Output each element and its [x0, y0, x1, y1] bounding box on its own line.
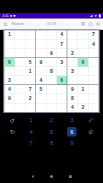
cell-r3c7[interactable]: 2 [67, 48, 78, 57]
cell-r1c2[interactable] [15, 30, 26, 39]
cell-r4c4[interactable]: 9 [36, 58, 47, 67]
cell-r1c3[interactable] [25, 30, 36, 39]
cell-r1c6[interactable]: 4 [57, 30, 68, 39]
cell-r5c3[interactable]: 1 [25, 67, 36, 76]
status-icons [90, 14, 102, 18]
cell-r4c9[interactable] [88, 58, 99, 67]
cell-r8c6[interactable] [57, 94, 68, 103]
number-pad: ↺ ↻ 123456789 [4, 115, 100, 150]
cell-r1c9[interactable]: 7 [88, 30, 99, 39]
cell-r9c8[interactable]: 2 [78, 103, 89, 112]
cell-r8c4[interactable] [36, 94, 47, 103]
board-theme-button[interactable] [87, 21, 94, 28]
cell-r8c5[interactable] [46, 94, 57, 103]
cell-r7c3[interactable]: 7 [25, 85, 36, 94]
cell-r7c9[interactable] [88, 85, 99, 94]
cell-r6c9[interactable] [88, 76, 99, 85]
android-nav-bar [0, 170, 103, 183]
cell-r3c5[interactable]: 9 [46, 48, 57, 57]
cell-r9c5[interactable] [46, 103, 57, 112]
cell-r4c5[interactable] [46, 58, 57, 67]
cell-r9c4[interactable] [36, 103, 47, 112]
cell-r8c7[interactable]: 8 [67, 94, 78, 103]
numpad-2[interactable]: 2 [47, 116, 57, 126]
app-bar: Medium 00:28 [0, 19, 103, 30]
cell-r2c6[interactable]: 7 [57, 39, 68, 48]
cell-r2c8[interactable] [78, 39, 89, 48]
cell-r8c2[interactable] [15, 94, 26, 103]
cell-r9c9[interactable] [88, 103, 99, 112]
app-bar-actions [80, 21, 102, 28]
undo-button[interactable]: ↺ [10, 117, 15, 123]
numpad-7[interactable]: 7 [26, 139, 36, 149]
cell-r6c5[interactable] [46, 76, 57, 85]
cell-r3c1[interactable] [4, 48, 15, 57]
cell-r4c7[interactable] [67, 58, 78, 67]
gear-icon [96, 22, 101, 27]
cell-r5c2[interactable] [15, 67, 26, 76]
cell-r3c8[interactable] [78, 48, 89, 57]
home-button[interactable] [2, 21, 9, 28]
cell-r2c9[interactable]: 4 [88, 39, 99, 48]
numpad-6[interactable]: 6 [67, 127, 77, 137]
cell-r5c4[interactable] [36, 67, 47, 76]
numpad-8[interactable]: 8 [47, 139, 57, 149]
cell-r5c8[interactable] [78, 67, 89, 76]
sudoku-board: 1477492659361833464759192842 [4, 30, 100, 114]
settings-button[interactable] [95, 21, 102, 28]
cell-r5c6[interactable] [57, 67, 68, 76]
numpad-3[interactable]: 3 [67, 116, 77, 126]
cell-r9c2[interactable] [15, 103, 26, 112]
cell-r4c6[interactable]: 3 [57, 58, 68, 67]
cell-r5c5[interactable]: 8 [46, 67, 57, 76]
cell-r5c7[interactable]: 3 [67, 67, 78, 76]
cell-r3c6[interactable] [57, 48, 68, 57]
battery-icon [99, 14, 102, 18]
numpad-1[interactable]: 1 [26, 116, 36, 126]
cell-r4c2[interactable] [15, 58, 26, 67]
cell-r1c8[interactable] [78, 30, 89, 39]
cell-r8c8[interactable] [78, 94, 89, 103]
eraser-icon [88, 129, 94, 135]
numpad-9[interactable]: 9 [67, 139, 77, 149]
cell-r7c1[interactable]: 4 [4, 85, 15, 94]
cell-r2c7[interactable] [67, 39, 78, 48]
cell-r7c5[interactable] [46, 85, 57, 94]
pencil-icon [88, 118, 94, 124]
cell-r6c4[interactable]: 4 [36, 76, 47, 85]
home-nav-button[interactable] [50, 175, 54, 179]
eraser-button[interactable] [88, 129, 94, 135]
back-button[interactable] [31, 175, 34, 179]
cell-r4c3[interactable]: 5 [25, 58, 36, 67]
cell-r5c1[interactable] [4, 67, 15, 76]
cell-r6c2[interactable] [15, 76, 26, 85]
numpad-5[interactable]: 5 [47, 127, 57, 137]
cell-r4c1[interactable]: 6 [4, 58, 15, 67]
notification-icon [10, 15, 12, 17]
cell-r8c3[interactable]: 2 [25, 94, 36, 103]
cell-r3c3[interactable] [25, 48, 36, 57]
cell-r6c3[interactable] [25, 76, 36, 85]
cell-r6c1[interactable]: 3 [4, 76, 15, 85]
cell-r9c3[interactable] [25, 103, 36, 112]
notification-icon [14, 15, 16, 17]
redo-button[interactable]: ↻ [10, 129, 15, 135]
pause-button[interactable] [80, 21, 87, 28]
pencil-button[interactable] [88, 118, 94, 124]
cell-r9c1[interactable] [4, 103, 15, 112]
cell-r3c9[interactable] [88, 48, 99, 57]
cell-r2c1[interactable] [4, 39, 15, 48]
cell-r3c4[interactable] [36, 48, 47, 57]
cell-r8c1[interactable]: 9 [4, 94, 15, 103]
cell-r1c5[interactable] [46, 30, 57, 39]
frame-icon [88, 22, 93, 26]
phone-screen: 4:41 Medium 00:28 [0, 0, 103, 183]
cell-r7c4[interactable]: 5 [36, 85, 47, 94]
cell-r1c1[interactable]: 1 [4, 30, 15, 39]
cell-r2c4[interactable] [36, 39, 47, 48]
undo-icon: ↺ [10, 117, 15, 123]
cell-r7c8[interactable]: 1 [78, 85, 89, 94]
cell-r9c7[interactable]: 4 [67, 103, 78, 112]
numpad-4[interactable]: 4 [26, 127, 36, 137]
cell-r5c9[interactable] [88, 67, 99, 76]
cell-r9c6[interactable] [57, 103, 68, 112]
cell-r2c3[interactable] [25, 39, 36, 48]
cell-r3c2[interactable] [15, 48, 26, 57]
cell-r2c5[interactable] [46, 39, 57, 48]
cell-r7c7[interactable]: 9 [67, 85, 78, 94]
pause-icon [81, 22, 85, 26]
cell-r6c8[interactable] [78, 76, 89, 85]
cell-r6c7[interactable] [67, 76, 78, 85]
recents-button[interactable] [69, 175, 72, 178]
cell-r8c9[interactable] [88, 94, 99, 103]
cell-r7c6[interactable] [57, 85, 68, 94]
status-time: 4:41 [3, 14, 9, 18]
cell-r1c7[interactable] [67, 30, 78, 39]
home-icon [3, 22, 8, 27]
cell-r7c2[interactable] [15, 85, 26, 94]
cell-r1c4[interactable] [36, 30, 47, 39]
cell-r2c2[interactable] [15, 39, 26, 48]
redo-icon: ↻ [10, 129, 15, 135]
cell-r4c8[interactable]: 6 [78, 58, 89, 67]
signal-icon [90, 14, 94, 18]
wifi-icon [94, 14, 98, 18]
cell-r6c6[interactable]: 6 [57, 76, 68, 85]
